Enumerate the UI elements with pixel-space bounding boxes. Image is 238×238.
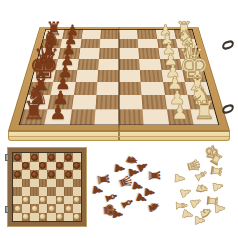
board-square xyxy=(119,48,139,58)
board-square xyxy=(73,204,82,213)
hinge-icon xyxy=(5,154,9,161)
checker-light xyxy=(39,213,46,220)
board-square xyxy=(119,82,142,95)
loose-piece-pawn-light: ♟ xyxy=(173,172,187,185)
board-square xyxy=(47,179,56,188)
loose-piece-pawn-dark: ♟ xyxy=(127,166,141,179)
board-square xyxy=(56,187,65,196)
board-square xyxy=(13,170,22,179)
checker-light xyxy=(65,205,72,212)
board-square xyxy=(64,170,73,179)
loose-piece-pawn-light: ♟ xyxy=(193,214,206,226)
board-square xyxy=(47,204,56,213)
checker-light xyxy=(56,213,63,220)
board-square xyxy=(119,59,140,70)
board-square xyxy=(139,48,160,58)
latch-clasp-icon xyxy=(222,103,234,115)
board-square xyxy=(53,70,77,82)
board-square xyxy=(30,196,39,205)
board-square xyxy=(99,39,119,49)
board-square xyxy=(13,187,22,196)
board-square xyxy=(64,204,73,213)
board-square xyxy=(58,48,80,58)
checker-light xyxy=(73,196,80,203)
board-square xyxy=(39,162,48,171)
board-square xyxy=(13,213,22,222)
board-square xyxy=(100,30,119,39)
board-square xyxy=(22,187,31,196)
board-square xyxy=(99,48,119,58)
board-square xyxy=(39,196,48,205)
board-square xyxy=(30,187,39,196)
board-square xyxy=(119,39,139,49)
board-square xyxy=(94,109,119,124)
checker-dark xyxy=(14,154,21,161)
loose-piece-knight-dark: ♞ xyxy=(146,199,162,214)
board-square xyxy=(56,196,65,205)
product-photo-chess-set: ♜♟♟♜♞♟♟♞♝♟♟♝♛♟♟♛♚♟♟♚♝♟♟♝♞♟♟♞♜♟♟♜ ♜♟♝♟♞♟♜… xyxy=(0,0,238,238)
checker-light xyxy=(22,213,29,220)
board-square xyxy=(75,70,98,82)
board-square xyxy=(73,162,82,171)
board-square xyxy=(73,153,82,162)
checker-dark xyxy=(65,171,72,178)
board-square xyxy=(73,187,82,196)
board-square xyxy=(73,196,82,205)
main-chess-board xyxy=(8,27,230,131)
board-square xyxy=(39,187,48,196)
fold-seam xyxy=(118,27,120,131)
board-square xyxy=(64,179,73,188)
light-pieces-pile: ♚♛♟♝♜♟♞♟♝♟♜♟♞♟♟♜ xyxy=(168,144,238,228)
board-square xyxy=(139,59,161,70)
board-square xyxy=(30,153,39,162)
board-square xyxy=(143,109,169,124)
board-square xyxy=(47,187,56,196)
checker-dark xyxy=(73,162,80,169)
board-square xyxy=(73,179,82,188)
checker-dark xyxy=(65,154,72,161)
board-square xyxy=(73,213,82,222)
board-square xyxy=(159,59,182,70)
board-square xyxy=(56,204,65,213)
board-square xyxy=(182,70,206,82)
board-square xyxy=(64,187,73,196)
board-square xyxy=(64,213,73,222)
board-square xyxy=(119,70,141,82)
hinge-icon xyxy=(5,206,9,213)
checker-dark xyxy=(56,162,63,169)
board-square xyxy=(39,179,48,188)
board-square xyxy=(56,153,65,162)
checker-light xyxy=(73,213,80,220)
board-square xyxy=(138,39,158,49)
board-square xyxy=(35,59,58,70)
board-square xyxy=(39,213,48,222)
board-square xyxy=(163,82,188,95)
board-square xyxy=(44,30,65,39)
board-square xyxy=(47,196,56,205)
board-square xyxy=(39,170,48,179)
checker-light xyxy=(31,205,38,212)
checker-light xyxy=(14,205,21,212)
dark-pieces-pile: ♜♟♝♟♞♟♜♛♟♚♝♟♞♟♟♟ xyxy=(92,148,170,224)
board-square xyxy=(141,82,165,95)
board-square xyxy=(119,30,138,39)
board-square xyxy=(161,70,185,82)
loose-piece-rook-dark: ♜ xyxy=(146,169,161,183)
board-square xyxy=(13,153,22,162)
board-square xyxy=(64,153,73,162)
board-square xyxy=(176,39,198,49)
board-square xyxy=(62,30,82,39)
board-square xyxy=(41,39,63,49)
board-square xyxy=(73,170,82,179)
checker-light xyxy=(56,196,63,203)
board-square xyxy=(47,153,56,162)
board-square xyxy=(56,59,79,70)
checker-light xyxy=(39,196,46,203)
board-square xyxy=(79,48,100,58)
board-square xyxy=(95,95,119,109)
board-square xyxy=(28,82,53,95)
board-square xyxy=(48,95,74,109)
checker-dark xyxy=(22,162,29,169)
board-square xyxy=(180,59,203,70)
board-square xyxy=(142,95,167,109)
loose-piece-pawn-light: ♟ xyxy=(210,180,225,194)
checkers-playing-area xyxy=(12,152,82,222)
board-square xyxy=(56,213,65,222)
board-square xyxy=(64,196,73,205)
board-square xyxy=(178,48,200,58)
board-square xyxy=(22,204,31,213)
board-square xyxy=(51,82,76,95)
board-square xyxy=(80,39,100,49)
board-square xyxy=(69,109,95,124)
checker-dark xyxy=(31,154,38,161)
board-square xyxy=(119,95,143,109)
board-square xyxy=(56,170,65,179)
board-square xyxy=(22,170,31,179)
board-square xyxy=(56,179,65,188)
board-square xyxy=(137,30,156,39)
board-square xyxy=(24,95,51,109)
board-square xyxy=(22,162,31,171)
folded-board-checkers xyxy=(7,147,87,227)
board-square xyxy=(77,59,99,70)
board-square xyxy=(13,162,22,171)
loose-piece-pawn-dark: ♟ xyxy=(143,186,157,199)
board-square xyxy=(155,30,175,39)
checker-dark xyxy=(39,162,46,169)
board-square xyxy=(45,109,72,124)
board-square xyxy=(32,70,56,82)
board-square xyxy=(81,30,100,39)
board-square xyxy=(38,48,60,58)
checker-dark xyxy=(48,171,55,178)
board-square xyxy=(47,213,56,222)
board-square xyxy=(73,82,97,95)
latch-clasp-icon xyxy=(222,39,234,50)
board-square xyxy=(158,48,180,58)
board-square xyxy=(13,179,22,188)
loose-piece-pawn-light: ♟ xyxy=(213,202,227,215)
board-square xyxy=(30,204,39,213)
board-square xyxy=(174,30,195,39)
checker-light xyxy=(22,196,29,203)
board-square xyxy=(72,95,97,109)
board-square xyxy=(13,204,22,213)
board-square xyxy=(47,170,56,179)
board-square xyxy=(190,109,218,124)
board-square xyxy=(119,109,144,124)
board-square xyxy=(22,179,31,188)
board-square xyxy=(39,153,48,162)
board-square xyxy=(98,59,119,70)
board-square xyxy=(166,109,193,124)
board-square xyxy=(97,70,119,82)
board-square xyxy=(64,162,73,171)
board-square xyxy=(30,162,39,171)
checker-dark xyxy=(31,171,38,178)
board-square xyxy=(187,95,214,109)
board-square xyxy=(165,95,191,109)
board-square xyxy=(30,179,39,188)
board-square xyxy=(47,162,56,171)
board-square xyxy=(13,196,22,205)
board-square xyxy=(30,170,39,179)
board-square xyxy=(60,39,81,49)
board-square xyxy=(22,213,31,222)
board-square xyxy=(157,39,178,49)
board-square xyxy=(22,153,31,162)
board-square xyxy=(39,204,48,213)
loose-piece-pawn-dark: ♟ xyxy=(111,208,125,221)
board-front-edge xyxy=(8,131,230,141)
board-square xyxy=(30,213,39,222)
board-square xyxy=(185,82,210,95)
board-square xyxy=(140,70,163,82)
board-square xyxy=(56,162,65,171)
checker-dark xyxy=(14,171,21,178)
checker-light xyxy=(48,205,55,212)
board-square xyxy=(22,196,31,205)
board-square xyxy=(96,82,119,95)
checker-dark xyxy=(48,154,55,161)
board-square xyxy=(20,109,48,124)
